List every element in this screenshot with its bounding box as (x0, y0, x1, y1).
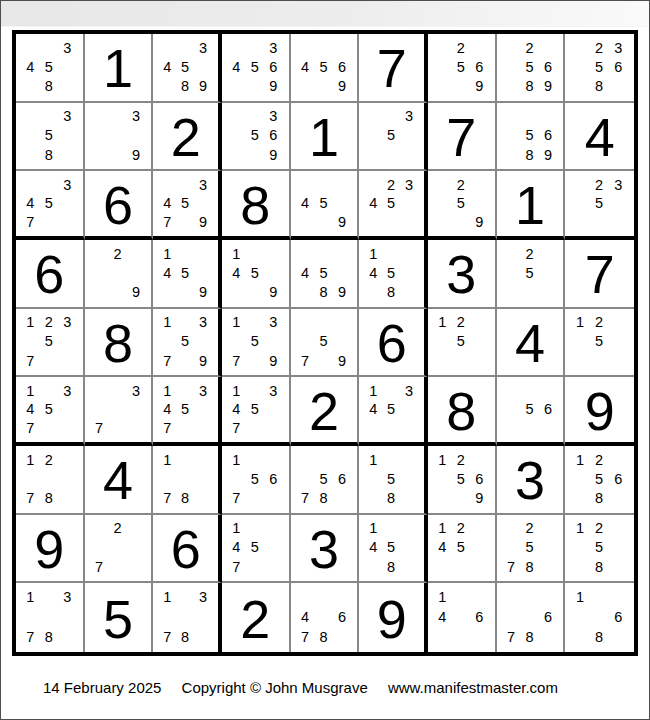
candidate-digit: 7 (158, 418, 176, 437)
candidate-digit: 4 (433, 538, 452, 557)
cell-r7c9[interactable]: 12568 (565, 446, 634, 515)
candidate-digit: 8 (520, 627, 539, 647)
cell-r4c4[interactable]: 1459 (222, 240, 291, 309)
candidate-digit: 5 (520, 538, 539, 557)
cell-r1c5[interactable]: 4569 (291, 34, 360, 103)
pencil-marks: 4678 (296, 587, 352, 647)
pencil-marks: 1345 (364, 381, 418, 437)
cell-r1c7[interactable]: 2569 (428, 34, 497, 103)
candidate-digit: 4 (227, 57, 246, 76)
solved-digit: 2 (171, 110, 201, 164)
candidate-digit: 5 (176, 332, 194, 351)
sudoku-board: 3458134589345694569725692568923568358392… (12, 30, 638, 656)
candidate-digit: 2 (382, 175, 400, 194)
cell-r5c1[interactable]: 12357 (16, 309, 85, 378)
pencil-marks: 1378 (21, 587, 77, 647)
candidate-digit: 4 (21, 400, 40, 419)
candidate-digit: 1 (570, 313, 589, 332)
pencil-marks: 13579 (227, 313, 283, 371)
candidate-digit: 4 (227, 538, 246, 557)
pencil-marks: 259 (433, 175, 489, 231)
candidate-digit: 8 (590, 557, 609, 576)
candidate-digit: 7 (21, 351, 40, 370)
candidate-digit: 7 (227, 418, 246, 437)
cell-r2c7[interactable]: 7 (428, 103, 497, 172)
candidate-digit: 7 (502, 627, 521, 647)
cell-r2c4[interactable]: 3569 (222, 103, 291, 172)
candidate-digit: 7 (21, 627, 40, 647)
candidate-digit: 5 (40, 400, 59, 419)
cell-r7c6[interactable]: 158 (359, 446, 428, 515)
cell-r5c4[interactable]: 13579 (222, 309, 291, 378)
cell-r7c1[interactable]: 1278 (16, 446, 85, 515)
candidate-digit: 2 (452, 519, 471, 538)
candidate-digit: 6 (333, 469, 352, 488)
candidate-digit: 1 (570, 587, 589, 607)
cell-r4c5[interactable]: 4589 (291, 240, 360, 309)
candidate-digit: 3 (58, 381, 77, 400)
solved-digit: 2 (240, 592, 270, 646)
cell-r2c9[interactable]: 4 (565, 103, 634, 172)
candidate-digit: 5 (452, 469, 471, 488)
candidate-digit: 2 (452, 175, 471, 194)
footer-website[interactable]: www.manifestmaster.com (388, 679, 558, 696)
candidate-digit: 4 (227, 263, 246, 282)
candidate-digit: 4 (296, 194, 315, 213)
cell-r6c9[interactable]: 9 (565, 377, 634, 446)
candidate-digit: 1 (433, 313, 452, 332)
candidate-digit: 4 (296, 607, 315, 627)
pencil-marks: 178 (158, 450, 212, 508)
cell-r2c3[interactable]: 2 (153, 103, 222, 172)
candidate-digit: 5 (382, 126, 400, 145)
pencil-marks: 1459 (158, 244, 212, 302)
cell-r3c7[interactable]: 259 (428, 171, 497, 240)
pencil-marks: 678 (502, 587, 558, 647)
candidate-digit: 6 (470, 469, 489, 488)
candidate-digit: 9 (470, 212, 489, 231)
pencil-marks: 1378 (158, 587, 212, 647)
pencil-marks: 34579 (158, 175, 212, 231)
candidate-digit: 5 (246, 469, 265, 488)
candidate-digit: 6 (539, 400, 558, 419)
solved-digit: 9 (377, 592, 407, 646)
solved-digit: 1 (309, 110, 339, 164)
candidate-digit: 8 (590, 76, 609, 95)
pencil-marks: 146 (433, 587, 489, 647)
solved-digit: 7 (585, 247, 615, 301)
cell-r2c1[interactable]: 358 (16, 103, 85, 172)
cell-r6c4[interactable]: 13457 (222, 377, 291, 446)
candidate-digit: 5 (520, 57, 539, 76)
candidate-digit: 7 (158, 488, 176, 507)
candidate-digit: 5 (590, 57, 609, 76)
candidate-digit: 1 (158, 381, 176, 400)
candidate-digit: 6 (539, 126, 558, 145)
pencil-marks: 25689 (502, 38, 558, 96)
solved-digit: 4 (103, 453, 133, 507)
solved-digit: 1 (103, 41, 133, 95)
cell-r8c2[interactable]: 27 (85, 515, 154, 584)
candidate-digit: 1 (21, 587, 40, 607)
pencil-marks: 1278 (21, 450, 77, 508)
candidate-digit: 2 (40, 313, 59, 332)
candidate-digit: 1 (364, 450, 382, 469)
solved-digit: 8 (103, 316, 133, 370)
candidate-digit: 9 (194, 76, 212, 95)
pencil-marks: 23568 (570, 38, 628, 96)
candidate-digit: 4 (158, 57, 176, 76)
candidate-digit: 8 (314, 282, 333, 301)
candidate-digit: 1 (158, 450, 176, 469)
pencil-marks: 3458 (21, 38, 77, 96)
cell-r5c9[interactable]: 125 (565, 309, 634, 378)
candidate-digit: 8 (520, 557, 539, 576)
candidate-digit: 5 (176, 194, 194, 213)
cell-r8c7[interactable]: 1245 (428, 515, 497, 584)
solved-digit: 6 (171, 522, 201, 576)
candidate-digit: 5 (246, 126, 265, 145)
pencil-marks: 2345 (364, 175, 418, 231)
candidate-digit: 7 (296, 351, 315, 370)
candidate-digit: 5 (40, 126, 59, 145)
candidate-digit: 3 (194, 381, 212, 400)
cell-r3c1[interactable]: 3457 (16, 171, 85, 240)
candidate-digit: 2 (40, 450, 59, 469)
candidate-digit: 1 (227, 450, 246, 469)
cell-r4c3[interactable]: 1459 (153, 240, 222, 309)
cell-r2c5[interactable]: 1 (291, 103, 360, 172)
candidate-digit: 2 (452, 313, 471, 332)
candidate-digit: 1 (364, 519, 382, 538)
candidate-digit: 7 (158, 627, 176, 647)
candidate-digit: 3 (58, 38, 77, 57)
cell-r6c6[interactable]: 1345 (359, 377, 428, 446)
cell-r1c6[interactable]: 7 (359, 34, 428, 103)
candidate-digit: 6 (333, 57, 352, 76)
cell-r5c5[interactable]: 579 (291, 309, 360, 378)
cell-r8c8[interactable]: 2578 (497, 515, 566, 584)
pencil-marks: 35 (364, 107, 418, 165)
pencil-marks: 1245 (433, 519, 489, 577)
candidate-digit: 4 (158, 263, 176, 282)
cell-r3c9[interactable]: 235 (565, 171, 634, 240)
solved-digit: 9 (585, 384, 615, 438)
cell-r4c9[interactable]: 7 (565, 240, 634, 309)
candidate-digit: 2 (452, 38, 471, 57)
solved-digit: 2 (309, 384, 339, 438)
candidate-digit: 4 (364, 538, 382, 557)
candidate-digit: 5 (382, 538, 400, 557)
candidate-digit: 1 (433, 450, 452, 469)
cell-r2c6[interactable]: 35 (359, 103, 428, 172)
cell-r2c8[interactable]: 5689 (497, 103, 566, 172)
candidate-digit: 1 (433, 587, 452, 607)
cell-r9c3[interactable]: 1378 (153, 583, 222, 652)
pencil-marks: 13457 (227, 381, 283, 437)
cell-r3c8[interactable]: 1 (497, 171, 566, 240)
cell-r5c6[interactable]: 6 (359, 309, 428, 378)
cell-r8c4[interactable]: 1457 (222, 515, 291, 584)
cell-r4c7[interactable]: 3 (428, 240, 497, 309)
cell-r8c5[interactable]: 3 (291, 515, 360, 584)
candidate-digit: 5 (40, 194, 59, 213)
sudoku-page: { "game": "sudoku-with-pencilmarks", "po… (0, 0, 650, 720)
pencil-marks: 34569 (227, 38, 283, 96)
footer: 14 February 2025 Copyright © John Musgra… (43, 679, 649, 696)
candidate-digit: 1 (21, 313, 40, 332)
pencil-marks: 358 (21, 107, 77, 165)
candidate-digit: 5 (314, 469, 333, 488)
pencil-marks: 459 (296, 175, 352, 231)
solved-digit: 8 (446, 384, 476, 438)
cell-r6c7[interactable]: 8 (428, 377, 497, 446)
solved-digit: 6 (103, 178, 133, 232)
candidate-digit: 6 (264, 469, 283, 488)
candidate-digit: 8 (520, 76, 539, 95)
pencil-marks: 4589 (296, 244, 352, 302)
pencil-marks: 125 (433, 313, 489, 371)
candidate-digit: 2 (520, 519, 539, 538)
candidate-digit: 1 (570, 450, 589, 469)
cell-r8c1[interactable]: 9 (16, 515, 85, 584)
candidate-digit: 5 (382, 263, 400, 282)
candidate-digit: 8 (590, 488, 609, 507)
candidate-digit: 5 (382, 469, 400, 488)
candidate-digit: 4 (364, 263, 382, 282)
solved-digit: 3 (309, 522, 339, 576)
candidate-digit: 9 (470, 488, 489, 507)
candidate-digit: 7 (90, 418, 109, 437)
candidate-digit: 2 (590, 38, 609, 57)
cell-r7c2[interactable]: 4 (85, 446, 154, 515)
pencil-marks: 27 (90, 519, 146, 577)
solved-digit: 4 (585, 110, 615, 164)
candidate-digit: 8 (40, 145, 59, 164)
pencil-marks: 4569 (296, 38, 352, 96)
candidate-digit: 5 (590, 194, 609, 213)
candidate-digit: 5 (176, 57, 194, 76)
cell-r6c5[interactable]: 2 (291, 377, 360, 446)
pencil-marks: 12568 (570, 450, 628, 508)
cell-r5c2[interactable]: 8 (85, 309, 154, 378)
solved-digit: 7 (446, 110, 476, 164)
cell-r7c5[interactable]: 5678 (291, 446, 360, 515)
candidate-digit: 6 (609, 469, 628, 488)
candidate-digit: 6 (470, 607, 489, 627)
pencil-marks: 1459 (227, 244, 283, 302)
candidate-digit: 9 (194, 212, 212, 231)
candidate-digit: 1 (433, 519, 452, 538)
cell-r8c3[interactable]: 6 (153, 515, 222, 584)
pencil-marks: 13579 (158, 313, 212, 371)
candidate-digit: 7 (21, 212, 40, 231)
pencil-marks: 2578 (502, 519, 558, 577)
candidate-digit: 4 (296, 57, 315, 76)
candidate-digit: 5 (452, 57, 471, 76)
candidate-digit: 8 (40, 627, 59, 647)
candidate-digit: 2 (520, 244, 539, 263)
cell-r6c3[interactable]: 13457 (153, 377, 222, 446)
cell-r4c6[interactable]: 1458 (359, 240, 428, 309)
footer-copyright: Copyright © John Musgrave (182, 679, 368, 696)
pencil-marks: 2569 (433, 38, 489, 96)
candidate-digit: 7 (227, 557, 246, 576)
candidate-digit: 1 (158, 313, 176, 332)
pencil-marks: 1457 (227, 519, 283, 577)
cell-r3c4[interactable]: 8 (222, 171, 291, 240)
candidate-digit: 6 (470, 57, 489, 76)
pencil-marks: 25 (502, 244, 558, 302)
candidate-digit: 1 (158, 244, 176, 263)
candidate-digit: 5 (246, 263, 265, 282)
cell-r9c8[interactable]: 678 (497, 583, 566, 652)
candidate-digit: 9 (264, 351, 283, 370)
candidate-digit: 8 (176, 488, 194, 507)
cell-r8c6[interactable]: 1458 (359, 515, 428, 584)
cell-r9c7[interactable]: 146 (428, 583, 497, 652)
cell-r1c1[interactable]: 3458 (16, 34, 85, 103)
candidate-digit: 6 (264, 57, 283, 76)
cell-r5c8[interactable]: 4 (497, 309, 566, 378)
pencil-marks: 56 (502, 381, 558, 437)
cell-r4c1[interactable]: 6 (16, 240, 85, 309)
cell-r2c2[interactable]: 39 (85, 103, 154, 172)
cell-r1c4[interactable]: 34569 (222, 34, 291, 103)
candidate-digit: 5 (314, 194, 333, 213)
candidate-digit: 3 (194, 38, 212, 57)
candidate-digit: 6 (609, 607, 628, 627)
candidate-digit: 3 (194, 313, 212, 332)
candidate-digit: 7 (296, 627, 315, 647)
candidate-digit: 5 (382, 400, 400, 419)
cell-r9c2[interactable]: 5 (85, 583, 154, 652)
candidate-digit: 9 (264, 282, 283, 301)
solved-digit: 8 (240, 178, 270, 232)
candidate-digit: 2 (108, 244, 127, 263)
candidate-digit: 8 (382, 557, 400, 576)
candidate-digit: 9 (127, 145, 146, 164)
candidate-digit: 9 (333, 76, 352, 95)
pencil-marks: 1458 (364, 519, 418, 577)
candidate-digit: 9 (333, 351, 352, 370)
cell-r7c7[interactable]: 12569 (428, 446, 497, 515)
cell-r9c5[interactable]: 4678 (291, 583, 360, 652)
candidate-digit: 5 (590, 538, 609, 557)
pencil-marks: 34589 (158, 38, 212, 96)
cell-r9c4[interactable]: 2 (222, 583, 291, 652)
candidate-digit: 8 (590, 627, 609, 647)
candidate-digit: 1 (570, 519, 589, 538)
candidate-digit: 4 (364, 400, 382, 419)
candidate-digit: 5 (382, 194, 400, 213)
candidate-digit: 9 (127, 282, 146, 301)
solved-digit: 3 (515, 453, 545, 507)
pencil-marks: 12569 (433, 450, 489, 508)
solved-digit: 7 (377, 41, 407, 95)
candidate-digit: 4 (158, 194, 176, 213)
cell-r1c8[interactable]: 25689 (497, 34, 566, 103)
candidate-digit: 3 (400, 175, 418, 194)
cell-r7c8[interactable]: 3 (497, 446, 566, 515)
cell-r6c8[interactable]: 56 (497, 377, 566, 446)
cell-r4c8[interactable]: 25 (497, 240, 566, 309)
cell-r8c9[interactable]: 1258 (565, 515, 634, 584)
cell-r1c2[interactable]: 1 (85, 34, 154, 103)
candidate-digit: 2 (520, 38, 539, 57)
candidate-digit: 6 (264, 126, 283, 145)
candidate-digit: 3 (609, 175, 628, 194)
cell-r1c9[interactable]: 23568 (565, 34, 634, 103)
candidate-digit: 5 (314, 57, 333, 76)
solved-digit: 4 (515, 316, 545, 370)
candidate-digit: 2 (590, 175, 609, 194)
cell-r6c2[interactable]: 37 (85, 377, 154, 446)
candidate-digit: 7 (21, 418, 40, 437)
cell-r6c1[interactable]: 13457 (16, 377, 85, 446)
cell-r9c9[interactable]: 168 (565, 583, 634, 652)
cell-r3c6[interactable]: 2345 (359, 171, 428, 240)
cell-r5c7[interactable]: 125 (428, 309, 497, 378)
pencil-marks: 13457 (21, 381, 77, 437)
candidate-digit: 3 (400, 107, 418, 126)
pencil-marks: 158 (364, 450, 418, 508)
candidate-digit: 3 (400, 381, 418, 400)
candidate-digit: 5 (452, 194, 471, 213)
solved-digit: 3 (446, 247, 476, 301)
pencil-marks: 125 (570, 313, 628, 371)
candidate-digit: 8 (40, 488, 59, 507)
cell-r9c1[interactable]: 1378 (16, 583, 85, 652)
cell-r5c3[interactable]: 13579 (153, 309, 222, 378)
candidate-digit: 4 (21, 57, 40, 76)
candidate-digit: 5 (246, 400, 265, 419)
candidate-digit: 2 (108, 519, 127, 538)
cell-r4c2[interactable]: 29 (85, 240, 154, 309)
candidate-digit: 3 (58, 587, 77, 607)
candidate-digit: 7 (90, 557, 109, 576)
candidate-digit: 3 (194, 175, 212, 194)
footer-date: 14 February 2025 (43, 679, 161, 696)
candidate-digit: 3 (264, 313, 283, 332)
candidate-digit: 6 (539, 607, 558, 627)
pencil-marks: 1567 (227, 450, 283, 508)
candidate-digit: 8 (382, 488, 400, 507)
candidate-digit: 7 (227, 351, 246, 370)
candidate-digit: 8 (314, 488, 333, 507)
pencil-marks: 3569 (227, 107, 283, 165)
cell-r7c3[interactable]: 178 (153, 446, 222, 515)
candidate-digit: 5 (520, 400, 539, 419)
candidate-digit: 5 (40, 57, 59, 76)
candidate-digit: 6 (609, 57, 628, 76)
cell-r9c6[interactable]: 9 (359, 583, 428, 652)
candidate-digit: 3 (609, 38, 628, 57)
cell-r3c3[interactable]: 34579 (153, 171, 222, 240)
cell-r7c4[interactable]: 1567 (222, 446, 291, 515)
candidate-digit: 2 (590, 519, 609, 538)
candidate-digit: 5 (314, 332, 333, 351)
cell-r1c3[interactable]: 34589 (153, 34, 222, 103)
cell-r3c5[interactable]: 459 (291, 171, 360, 240)
pencil-marks: 579 (296, 313, 352, 371)
solved-digit: 1 (515, 178, 545, 232)
candidate-digit: 4 (364, 194, 382, 213)
candidate-digit: 1 (227, 244, 246, 263)
candidate-digit: 1 (364, 381, 382, 400)
cell-r3c2[interactable]: 6 (85, 171, 154, 240)
pencil-marks: 1258 (570, 519, 628, 577)
